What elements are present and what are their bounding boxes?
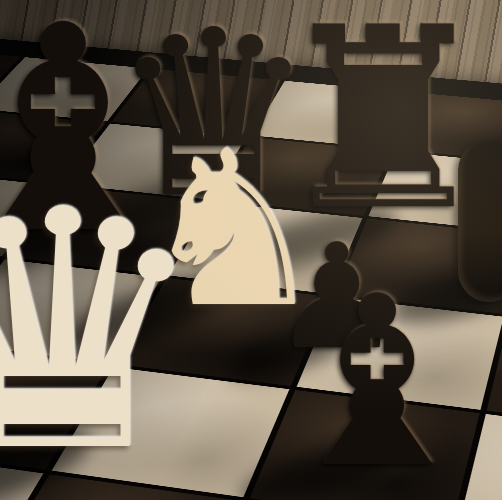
piece-black-bishop-front[interactable]: ♝	[272, 265, 483, 500]
piece-white-queen[interactable]: ♛	[0, 167, 210, 497]
chess-scene: ♝♛♜♞♟♛♝	[0, 0, 502, 500]
